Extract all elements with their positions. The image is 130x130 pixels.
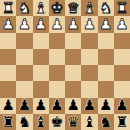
piece-black-pawn[interactable]: ♟ [67, 98, 80, 113]
piece-white-rook[interactable]: ♜ [2, 0, 15, 15]
square-h7[interactable]: ♟ [0, 98, 16, 114]
square-f2[interactable]: ♟ [33, 16, 49, 32]
square-a5[interactable] [114, 65, 130, 81]
piece-black-pawn[interactable]: ♟ [2, 98, 15, 113]
square-a6[interactable] [114, 81, 130, 97]
chess-board: ♜♞♝♚♛♝♞♜♟♟♟♟♟♟♟♟♟♟♟♟♟♟♟♟♜♞♝♚♛♝♞♜ [0, 0, 130, 130]
square-e4[interactable] [49, 49, 65, 65]
piece-white-pawn[interactable]: ♟ [99, 17, 112, 32]
square-c3[interactable] [81, 33, 97, 49]
piece-white-queen[interactable]: ♛ [67, 0, 80, 15]
square-e3[interactable] [49, 33, 65, 49]
square-f7[interactable]: ♟ [33, 98, 49, 114]
square-f5[interactable] [33, 65, 49, 81]
piece-white-pawn[interactable]: ♟ [2, 17, 15, 32]
piece-white-king[interactable]: ♚ [50, 0, 63, 15]
square-d7[interactable]: ♟ [65, 98, 81, 114]
square-d5[interactable] [65, 65, 81, 81]
square-e5[interactable] [49, 65, 65, 81]
square-h1[interactable]: ♜ [0, 0, 16, 16]
piece-white-pawn[interactable]: ♟ [67, 17, 80, 32]
piece-black-rook[interactable]: ♜ [2, 114, 15, 129]
piece-white-pawn[interactable]: ♟ [50, 17, 63, 32]
square-g7[interactable]: ♟ [16, 98, 32, 114]
square-b6[interactable] [98, 81, 114, 97]
square-b7[interactable]: ♟ [98, 98, 114, 114]
square-a3[interactable] [114, 33, 130, 49]
square-c8[interactable]: ♝ [81, 114, 97, 130]
piece-white-bishop[interactable]: ♝ [34, 0, 47, 15]
piece-black-pawn[interactable]: ♟ [18, 98, 31, 113]
square-h3[interactable] [0, 33, 16, 49]
square-c2[interactable]: ♟ [81, 16, 97, 32]
square-d4[interactable] [65, 49, 81, 65]
square-h6[interactable] [0, 81, 16, 97]
piece-black-queen[interactable]: ♛ [67, 114, 80, 129]
square-e8[interactable]: ♚ [49, 114, 65, 130]
square-h5[interactable] [0, 65, 16, 81]
square-c5[interactable] [81, 65, 97, 81]
square-b8[interactable]: ♞ [98, 114, 114, 130]
square-h2[interactable]: ♟ [0, 16, 16, 32]
piece-black-knight[interactable]: ♞ [18, 114, 31, 129]
piece-black-pawn[interactable]: ♟ [34, 98, 47, 113]
square-a2[interactable]: ♟ [114, 16, 130, 32]
square-g8[interactable]: ♞ [16, 114, 32, 130]
piece-white-rook[interactable]: ♜ [115, 0, 128, 15]
square-h4[interactable] [0, 49, 16, 65]
piece-white-knight[interactable]: ♞ [18, 0, 31, 15]
square-e1[interactable]: ♚ [49, 0, 65, 16]
piece-black-bishop[interactable]: ♝ [34, 114, 47, 129]
square-e7[interactable]: ♟ [49, 98, 65, 114]
square-b1[interactable]: ♞ [98, 0, 114, 16]
square-a7[interactable]: ♟ [114, 98, 130, 114]
square-f4[interactable] [33, 49, 49, 65]
square-g1[interactable]: ♞ [16, 0, 32, 16]
square-b2[interactable]: ♟ [98, 16, 114, 32]
square-d1[interactable]: ♛ [65, 0, 81, 16]
square-c4[interactable] [81, 49, 97, 65]
piece-white-bishop[interactable]: ♝ [83, 0, 96, 15]
square-h8[interactable]: ♜ [0, 114, 16, 130]
square-g5[interactable] [16, 65, 32, 81]
piece-white-pawn[interactable]: ♟ [34, 17, 47, 32]
square-d6[interactable] [65, 81, 81, 97]
piece-black-rook[interactable]: ♜ [115, 114, 128, 129]
square-b3[interactable] [98, 33, 114, 49]
square-c6[interactable] [81, 81, 97, 97]
square-e2[interactable]: ♟ [49, 16, 65, 32]
square-b4[interactable] [98, 49, 114, 65]
piece-black-pawn[interactable]: ♟ [99, 98, 112, 113]
square-d2[interactable]: ♟ [65, 16, 81, 32]
square-g6[interactable] [16, 81, 32, 97]
square-a1[interactable]: ♜ [114, 0, 130, 16]
square-f8[interactable]: ♝ [33, 114, 49, 130]
square-e6[interactable] [49, 81, 65, 97]
piece-black-king[interactable]: ♚ [50, 114, 63, 129]
square-f1[interactable]: ♝ [33, 0, 49, 16]
piece-white-pawn[interactable]: ♟ [115, 17, 128, 32]
piece-black-pawn[interactable]: ♟ [50, 98, 63, 113]
piece-black-pawn[interactable]: ♟ [115, 98, 128, 113]
square-d8[interactable]: ♛ [65, 114, 81, 130]
square-g4[interactable] [16, 49, 32, 65]
piece-white-pawn[interactable]: ♟ [18, 17, 31, 32]
square-c1[interactable]: ♝ [81, 0, 97, 16]
piece-white-knight[interactable]: ♞ [99, 0, 112, 15]
square-f3[interactable] [33, 33, 49, 49]
piece-black-bishop[interactable]: ♝ [83, 114, 96, 129]
square-f6[interactable] [33, 81, 49, 97]
square-g3[interactable] [16, 33, 32, 49]
square-b5[interactable] [98, 65, 114, 81]
square-a8[interactable]: ♜ [114, 114, 130, 130]
square-c7[interactable]: ♟ [81, 98, 97, 114]
piece-black-knight[interactable]: ♞ [99, 114, 112, 129]
square-g2[interactable]: ♟ [16, 16, 32, 32]
square-d3[interactable] [65, 33, 81, 49]
square-a4[interactable] [114, 49, 130, 65]
piece-black-pawn[interactable]: ♟ [83, 98, 96, 113]
piece-white-pawn[interactable]: ♟ [83, 17, 96, 32]
